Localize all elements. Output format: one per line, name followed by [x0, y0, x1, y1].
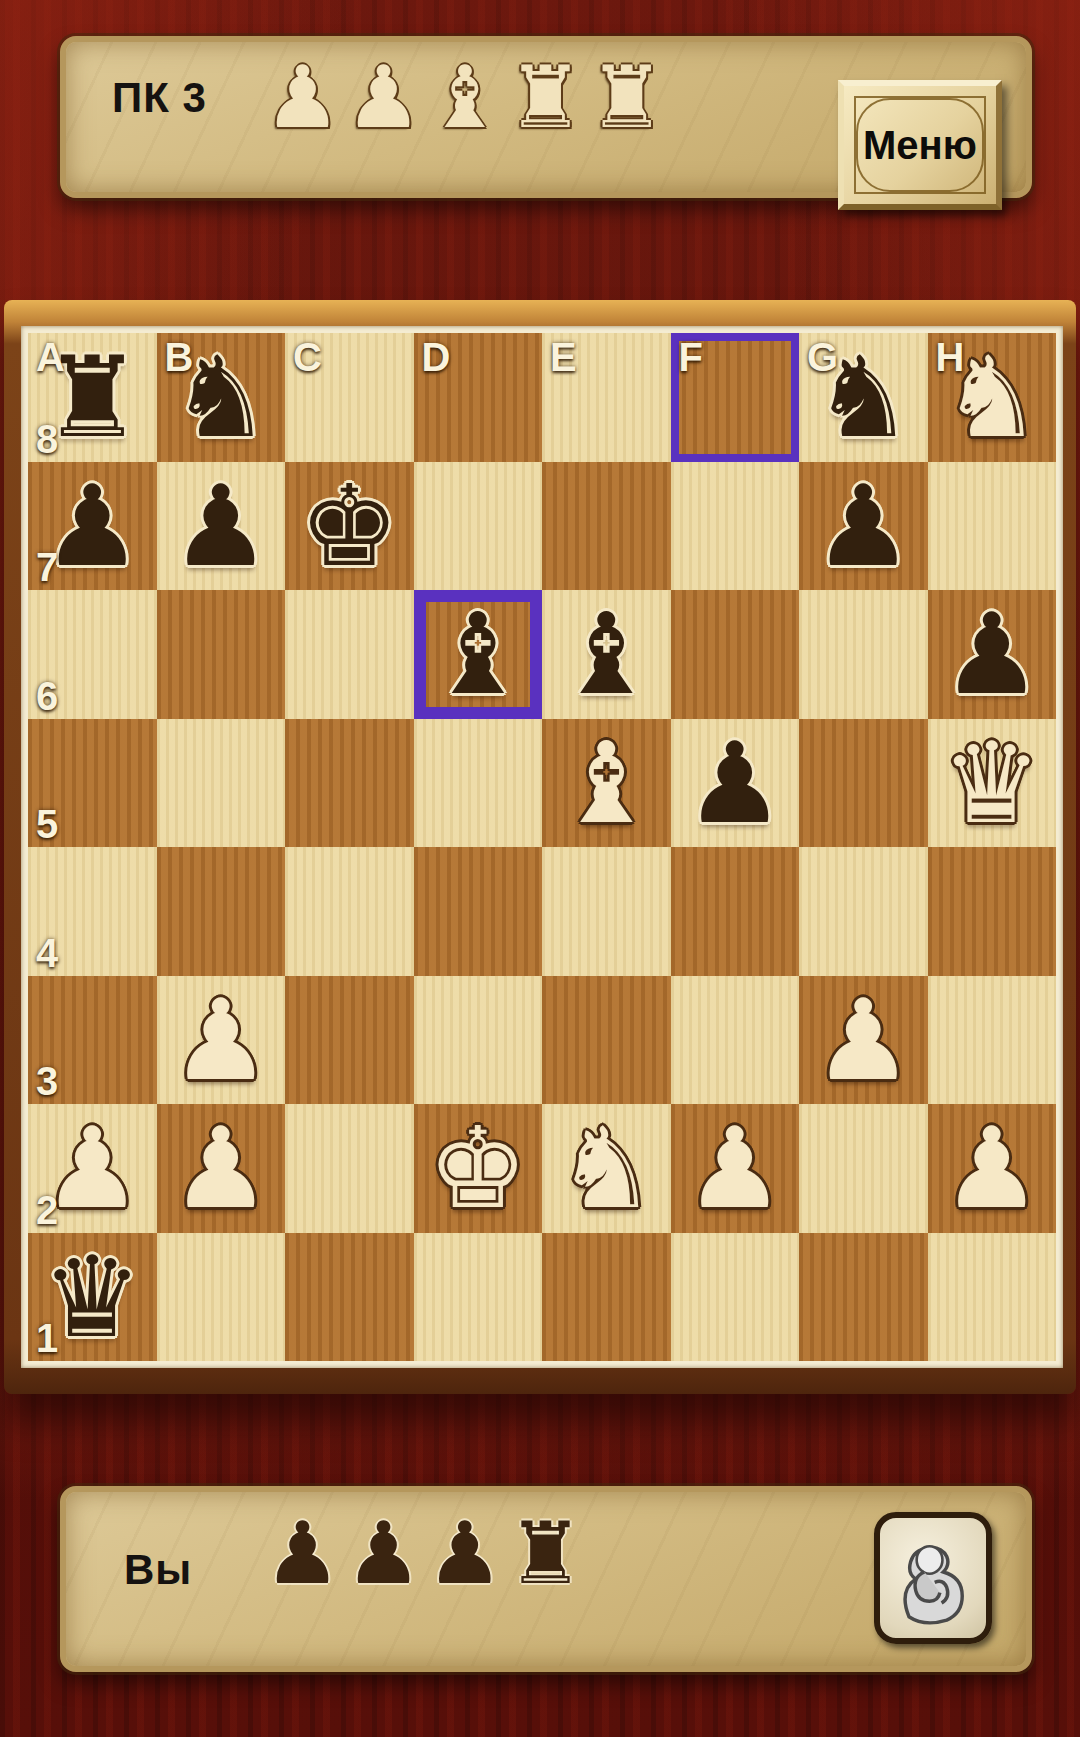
rank-label-2: 2	[36, 1188, 58, 1233]
square-c3[interactable]	[285, 976, 414, 1105]
opponent-panel: ПК 3 ♟♟♝♜♜ Меню	[60, 36, 1032, 198]
square-f7[interactable]	[671, 462, 800, 591]
piece-white-pawn-g3[interactable]: ♟	[813, 984, 913, 1096]
square-e3[interactable]	[542, 976, 671, 1105]
square-e2[interactable]: ♞	[542, 1104, 671, 1233]
file-label-f: F	[679, 335, 703, 380]
square-f5[interactable]: ♟	[671, 719, 800, 848]
file-label-b: B	[165, 335, 194, 380]
piece-white-pawn-f2[interactable]: ♟	[685, 1112, 785, 1224]
square-d7[interactable]	[414, 462, 543, 591]
captured-black-pieces-tray: ♟♟♟♜	[264, 1510, 584, 1596]
file-label-h: H	[936, 335, 965, 380]
square-g3[interactable]: ♟	[799, 976, 928, 1105]
square-a8[interactable]: A8♜	[28, 333, 157, 462]
square-d1[interactable]	[414, 1233, 543, 1362]
captured-piece-white-pawn: ♟	[345, 54, 422, 140]
file-label-e: E	[550, 335, 577, 380]
piece-white-king-d2[interactable]: ♚	[428, 1112, 528, 1224]
square-h7[interactable]	[928, 462, 1057, 591]
square-d5[interactable]	[414, 719, 543, 848]
square-b3[interactable]: ♟	[157, 976, 286, 1105]
square-b6[interactable]	[157, 590, 286, 719]
square-b2[interactable]: ♟	[157, 1104, 286, 1233]
piece-white-knight-e2[interactable]: ♞	[556, 1112, 656, 1224]
square-f2[interactable]: ♟	[671, 1104, 800, 1233]
square-h8[interactable]: H♞	[928, 333, 1057, 462]
square-c8[interactable]: C	[285, 333, 414, 462]
square-a2[interactable]: 2♟	[28, 1104, 157, 1233]
captured-piece-white-rook: ♜	[507, 54, 584, 140]
square-b7[interactable]: ♟	[157, 462, 286, 591]
captured-piece-black-rook: ♜	[507, 1510, 584, 1596]
square-h1[interactable]	[928, 1233, 1057, 1362]
captured-piece-white-rook: ♜	[588, 54, 665, 140]
rank-label-7: 7	[36, 545, 58, 590]
square-c6[interactable]	[285, 590, 414, 719]
square-d3[interactable]	[414, 976, 543, 1105]
player-name: Вы	[124, 1546, 192, 1594]
square-d6[interactable]: ♝	[414, 590, 543, 719]
square-e4[interactable]	[542, 847, 671, 976]
piece-black-bishop-e6[interactable]: ♝	[556, 598, 656, 710]
square-c4[interactable]	[285, 847, 414, 976]
captured-white-pieces-tray: ♟♟♝♜♜	[264, 54, 666, 140]
file-label-d: D	[422, 335, 451, 380]
captured-piece-black-pawn: ♟	[345, 1510, 422, 1596]
rank-label-6: 6	[36, 674, 58, 719]
piece-white-queen-h5[interactable]: ♛	[942, 727, 1042, 839]
square-h5[interactable]: ♛	[928, 719, 1057, 848]
square-h6[interactable]: ♟	[928, 590, 1057, 719]
piece-white-pawn-h2[interactable]: ♟	[942, 1112, 1042, 1224]
square-f6[interactable]	[671, 590, 800, 719]
square-g4[interactable]	[799, 847, 928, 976]
square-a1[interactable]: 1♛	[28, 1233, 157, 1362]
square-g1[interactable]	[799, 1233, 928, 1362]
square-g5[interactable]	[799, 719, 928, 848]
piece-black-bishop-d6[interactable]: ♝	[428, 598, 528, 710]
square-g8[interactable]: G♞	[799, 333, 928, 462]
captured-piece-black-pawn: ♟	[426, 1510, 503, 1596]
square-b5[interactable]	[157, 719, 286, 848]
square-e5[interactable]: ♝	[542, 719, 671, 848]
file-label-c: C	[293, 335, 322, 380]
board-frame: A8♜B♞CDEFG♞H♞7♟♟♚♟6♝♝♟5♝♟♛43♟♟2♟♟♚♞♟♟1♛	[4, 300, 1076, 1394]
rank-label-1: 1	[36, 1316, 58, 1361]
app-screen: ПК 3 ♟♟♝♜♜ Меню A8♜B♞CDEFG♞H♞7♟♟♚♟6♝♝♟5♝…	[0, 0, 1080, 1737]
square-a6[interactable]: 6	[28, 590, 157, 719]
piece-black-pawn-h6[interactable]: ♟	[942, 598, 1042, 710]
square-a7[interactable]: 7♟	[28, 462, 157, 591]
square-h2[interactable]: ♟	[928, 1104, 1057, 1233]
square-c2[interactable]	[285, 1104, 414, 1233]
piece-black-pawn-g7[interactable]: ♟	[813, 470, 913, 582]
square-b8[interactable]: B♞	[157, 333, 286, 462]
square-f4[interactable]	[671, 847, 800, 976]
chess-board: A8♜B♞CDEFG♞H♞7♟♟♚♟6♝♝♟5♝♟♛43♟♟2♟♟♚♞♟♟1♛	[28, 333, 1056, 1361]
square-g2[interactable]	[799, 1104, 928, 1233]
square-e1[interactable]	[542, 1233, 671, 1362]
piece-white-pawn-b3[interactable]: ♟	[171, 984, 271, 1096]
square-d4[interactable]	[414, 847, 543, 976]
square-e8[interactable]: E	[542, 333, 671, 462]
square-b4[interactable]	[157, 847, 286, 976]
square-a3[interactable]: 3	[28, 976, 157, 1105]
captured-piece-black-pawn: ♟	[264, 1510, 341, 1596]
square-d2[interactable]: ♚	[414, 1104, 543, 1233]
square-c7[interactable]: ♚	[285, 462, 414, 591]
square-d8[interactable]: D	[414, 333, 543, 462]
square-c1[interactable]	[285, 1233, 414, 1362]
square-h4[interactable]	[928, 847, 1057, 976]
opponent-name: ПК 3	[112, 74, 207, 122]
square-f3[interactable]	[671, 976, 800, 1105]
square-g6[interactable]	[799, 590, 928, 719]
piece-white-bishop-e5[interactable]: ♝	[556, 727, 656, 839]
menu-button[interactable]: Меню	[838, 80, 1002, 210]
square-e7[interactable]	[542, 462, 671, 591]
piece-black-king-c7[interactable]: ♚	[299, 470, 399, 582]
rank-label-8: 8	[36, 417, 58, 462]
piece-white-pawn-b2[interactable]: ♟	[171, 1112, 271, 1224]
menu-button-label: Меню	[863, 123, 977, 168]
captured-piece-white-pawn: ♟	[264, 54, 341, 140]
square-f1[interactable]	[671, 1233, 800, 1362]
rank-label-4: 4	[36, 931, 58, 976]
square-a4[interactable]: 4	[28, 847, 157, 976]
square-a5[interactable]: 5	[28, 719, 157, 848]
square-e6[interactable]: ♝	[542, 590, 671, 719]
piece-black-pawn-f5[interactable]: ♟	[685, 727, 785, 839]
square-h3[interactable]	[928, 976, 1057, 1105]
board-border: A8♜B♞CDEFG♞H♞7♟♟♚♟6♝♝♟5♝♟♛43♟♟2♟♟♚♞♟♟1♛	[21, 326, 1063, 1368]
file-label-a: A	[36, 335, 65, 380]
rank-label-3: 3	[36, 1059, 58, 1104]
file-label-g: G	[807, 335, 838, 380]
thinker-icon	[874, 1512, 992, 1644]
square-b1[interactable]	[157, 1233, 286, 1362]
piece-black-pawn-b7[interactable]: ♟	[171, 470, 271, 582]
thinking-person-graphic	[890, 1528, 976, 1628]
player-panel: Вы ♟♟♟♜	[60, 1486, 1032, 1672]
rank-label-5: 5	[36, 802, 58, 847]
square-c5[interactable]	[285, 719, 414, 848]
square-g7[interactable]: ♟	[799, 462, 928, 591]
square-f8[interactable]: F	[671, 333, 800, 462]
captured-piece-white-bishop: ♝	[426, 54, 503, 140]
